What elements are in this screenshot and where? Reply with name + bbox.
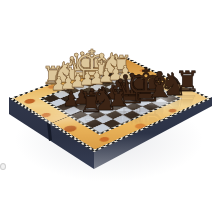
piece-black-rook[interactable]: ♜: [175, 68, 200, 96]
pieces-layer: ♜♜♞♞♝♝♛♛♚♚♝♝♞♞♜♜♟♟♟♟♟♟♟♟♟♟♟♟♟♟♟♟♟♟♟♟♟♟♟♟…: [0, 0, 222, 222]
chess-set-product-photo: ♜♜♞♞♝♝♛♛♚♚♝♝♞♞♜♜♟♟♟♟♟♟♟♟♟♟♟♟♟♟♟♟♟♟♟♟♟♟♟♟…: [0, 0, 222, 222]
